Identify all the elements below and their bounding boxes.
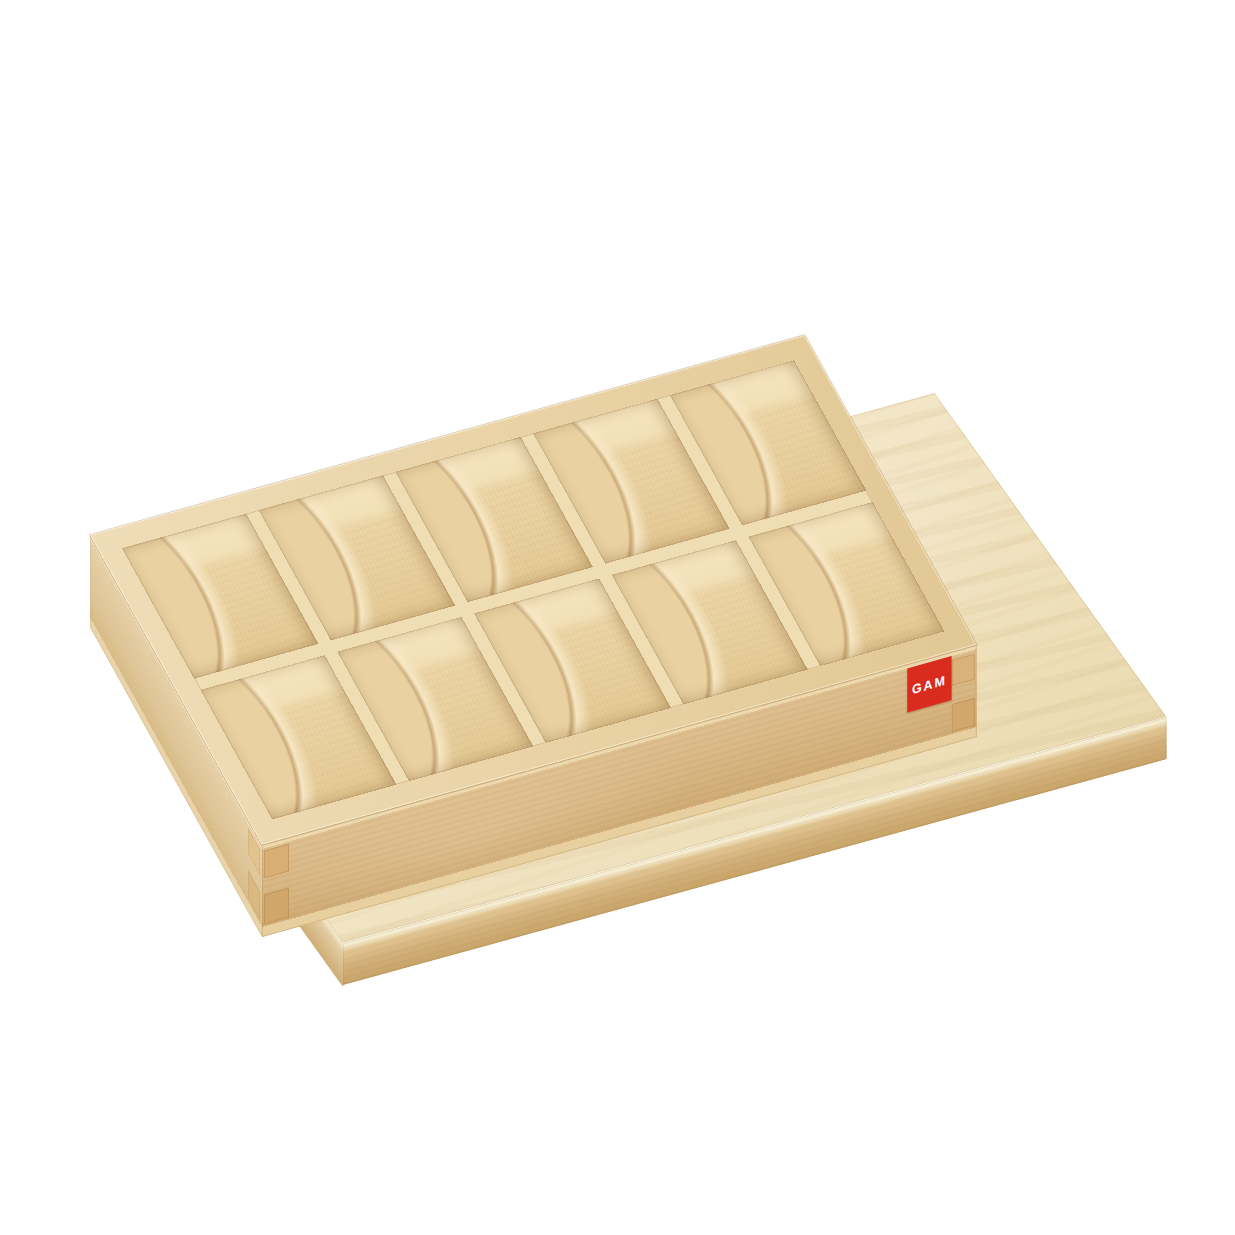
finger-joint [264, 843, 289, 878]
finger-joint [952, 698, 975, 732]
finger-joint [952, 654, 975, 686]
product-photo: GAM [0, 0, 1235, 1235]
finger-joint [264, 887, 289, 924]
gam-logo-text: GAM [912, 673, 947, 696]
finger-joint [248, 870, 260, 919]
gam-logo-sticker: GAM [907, 656, 951, 712]
